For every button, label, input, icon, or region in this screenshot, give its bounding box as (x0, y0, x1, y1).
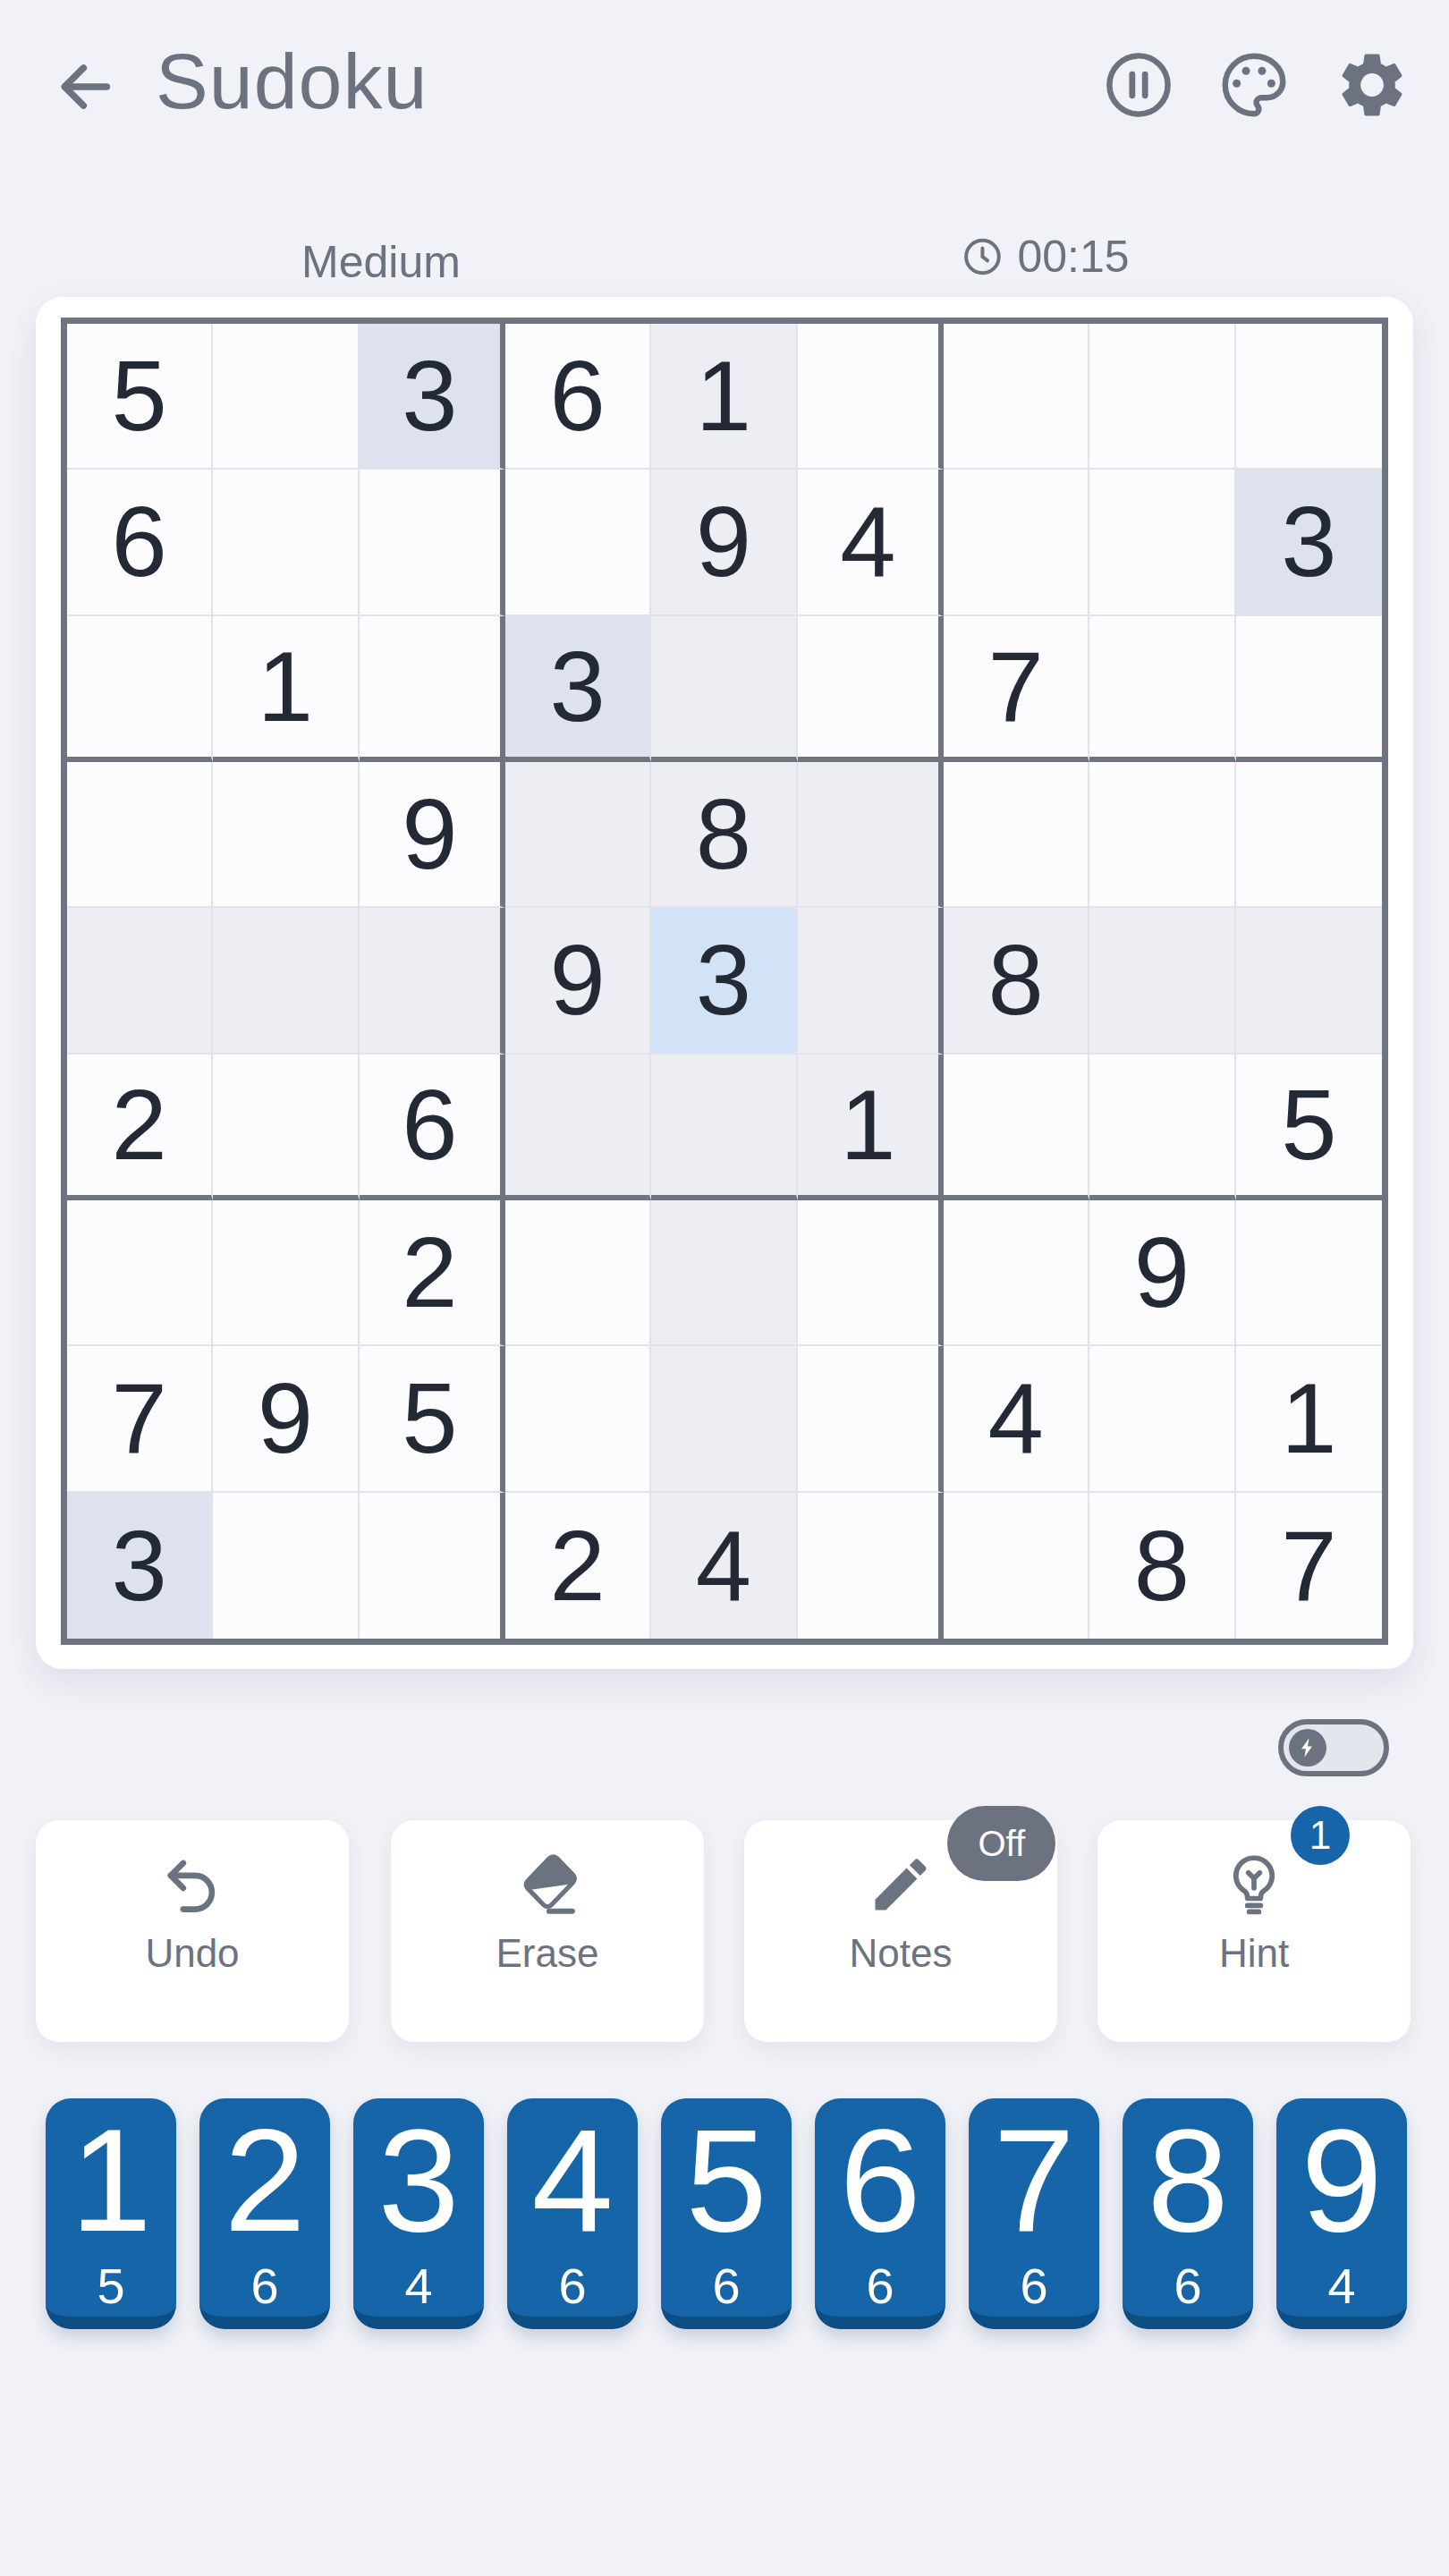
cell-r4c3[interactable]: 9 (360, 762, 505, 908)
numpad-key-8[interactable]: 86 (1123, 2098, 1253, 2329)
numpad-key-6[interactable]: 66 (815, 2098, 945, 2329)
numpad-key-4[interactable]: 46 (507, 2098, 638, 2329)
cell-r9c7[interactable] (944, 1493, 1089, 1639)
cell-r8c5[interactable] (651, 1346, 797, 1492)
cell-r2c5[interactable]: 9 (651, 470, 797, 615)
pencil-icon (867, 1851, 935, 1919)
cell-r4c8[interactable] (1089, 762, 1235, 908)
cell-r1c7[interactable] (944, 324, 1089, 470)
numpad-remaining-count: 4 (1327, 2257, 1355, 2315)
cell-r7c5[interactable] (651, 1200, 797, 1346)
pause-button[interactable] (1100, 47, 1177, 123)
cell-r7c7[interactable] (944, 1200, 1089, 1346)
numpad-remaining-count: 5 (97, 2257, 124, 2315)
numpad-digit: 5 (685, 2106, 767, 2255)
numpad-key-2[interactable]: 26 (199, 2098, 330, 2329)
undo-icon (158, 1851, 226, 1919)
cell-r4c5[interactable]: 8 (651, 762, 797, 908)
cell-r9c1[interactable]: 3 (67, 1493, 213, 1639)
cell-r3c3[interactable] (360, 616, 505, 762)
cell-r7c3[interactable]: 2 (360, 1200, 505, 1346)
cell-r8c2[interactable]: 9 (213, 1346, 359, 1492)
cell-r2c2[interactable] (213, 470, 359, 615)
cell-r2c4[interactable] (505, 470, 651, 615)
erase-button[interactable]: Erase (391, 1820, 704, 2042)
timer: 00:15 (960, 231, 1129, 283)
gear-icon (1334, 47, 1411, 123)
cell-r6c7[interactable] (944, 1055, 1089, 1200)
cell-r9c5[interactable]: 4 (651, 1493, 797, 1639)
cell-r4c6[interactable] (798, 762, 944, 908)
numpad-remaining-count: 6 (712, 2257, 740, 2315)
cell-r5c7[interactable]: 8 (944, 908, 1089, 1054)
cell-r4c4[interactable] (505, 762, 651, 908)
erase-label: Erase (496, 1931, 599, 1976)
cell-r2c7[interactable] (944, 470, 1089, 615)
bulb-icon (1220, 1851, 1288, 1919)
cell-r6c1[interactable]: 2 (67, 1055, 213, 1200)
numpad-key-1[interactable]: 15 (46, 2098, 176, 2329)
cell-r8c3[interactable]: 5 (360, 1346, 505, 1492)
cell-r9c2[interactable] (213, 1493, 359, 1639)
cell-r1c4[interactable]: 6 (505, 324, 651, 470)
cell-r9c6[interactable] (798, 1493, 944, 1639)
numpad-key-3[interactable]: 34 (353, 2098, 484, 2329)
cell-r1c3[interactable]: 3 (360, 324, 505, 470)
numpad-key-9[interactable]: 94 (1276, 2098, 1407, 2329)
cell-r4c9[interactable] (1236, 762, 1382, 908)
cell-r9c8[interactable]: 8 (1089, 1493, 1235, 1639)
numpad-remaining-count: 6 (250, 2257, 278, 2315)
cell-r4c1[interactable] (67, 762, 213, 908)
numpad-key-7[interactable]: 76 (969, 2098, 1099, 2329)
cell-r7c4[interactable] (505, 1200, 651, 1346)
back-arrow-icon (50, 52, 120, 122)
cell-r8c1[interactable]: 7 (67, 1346, 213, 1492)
cell-r3c7[interactable]: 7 (944, 616, 1089, 762)
cell-r6c4[interactable] (505, 1055, 651, 1200)
cell-r3c8[interactable] (1089, 616, 1235, 762)
numpad-digit: 9 (1301, 2106, 1382, 2255)
cell-r4c7[interactable] (944, 762, 1089, 908)
numpad-digit: 6 (839, 2106, 920, 2255)
cell-r2c1[interactable]: 6 (67, 470, 213, 615)
cell-r3c4[interactable]: 3 (505, 616, 651, 762)
notes-off-badge: Off (947, 1806, 1055, 1881)
cell-r5c4[interactable]: 9 (505, 908, 651, 1054)
cell-r8c9[interactable]: 1 (1236, 1346, 1382, 1492)
cell-r8c4[interactable] (505, 1346, 651, 1492)
numpad-remaining-count: 6 (866, 2257, 894, 2315)
cell-r1c6[interactable] (798, 324, 944, 470)
numpad-remaining-count: 6 (1020, 2257, 1047, 2315)
numpad-digit: 1 (70, 2106, 151, 2255)
cell-r5c1[interactable] (67, 908, 213, 1054)
numpad-digit: 8 (1147, 2106, 1228, 2255)
sudoku-app-screen: Sudoku Medium 00:15 53616943137989382615… (0, 0, 1449, 2576)
numpad-key-5[interactable]: 56 (661, 2098, 792, 2329)
cell-r2c8[interactable] (1089, 470, 1235, 615)
cell-r3c9[interactable] (1236, 616, 1382, 762)
page-title: Sudoku (156, 36, 428, 127)
palette-icon (1216, 47, 1292, 123)
undo-button[interactable]: Undo (36, 1820, 349, 2042)
cell-r2c6[interactable]: 4 (798, 470, 944, 615)
theme-button[interactable] (1216, 47, 1292, 123)
cell-r6c8[interactable] (1089, 1055, 1235, 1200)
numpad-remaining-count: 4 (404, 2257, 432, 2315)
cell-r7c8[interactable]: 9 (1089, 1200, 1235, 1346)
cell-r3c5[interactable] (651, 616, 797, 762)
cell-r5c9[interactable] (1236, 908, 1382, 1054)
cell-r9c4[interactable]: 2 (505, 1493, 651, 1639)
settings-button[interactable] (1334, 47, 1411, 123)
cell-r5c6[interactable] (798, 908, 944, 1054)
notes-label: Notes (850, 1931, 953, 1976)
cell-r8c7[interactable]: 4 (944, 1346, 1089, 1492)
hint-button[interactable]: Hint 1 (1097, 1820, 1411, 2042)
cell-r6c5[interactable] (651, 1055, 797, 1200)
cell-r7c9[interactable] (1236, 1200, 1382, 1346)
cell-r1c2[interactable] (213, 324, 359, 470)
cell-r3c2[interactable]: 1 (213, 616, 359, 762)
cell-r5c8[interactable] (1089, 908, 1235, 1054)
back-button[interactable] (50, 52, 120, 122)
cell-r6c9[interactable]: 5 (1236, 1055, 1382, 1200)
undo-label: Undo (145, 1931, 239, 1976)
cell-r5c2[interactable] (213, 908, 359, 1054)
cell-r7c6[interactable] (798, 1200, 944, 1346)
cell-r4c2[interactable] (213, 762, 359, 908)
numpad-digit: 7 (993, 2106, 1074, 2255)
cell-r5c5[interactable]: 3 (651, 908, 797, 1054)
cell-r6c2[interactable] (213, 1055, 359, 1200)
cell-r9c9[interactable]: 7 (1236, 1493, 1382, 1639)
cell-r9c3[interactable] (360, 1493, 505, 1639)
numpad-digit: 2 (224, 2106, 305, 2255)
clock-icon (960, 234, 1004, 279)
cell-r3c6[interactable] (798, 616, 944, 762)
sudoku-grid: 53616943137989382615297954132487 (61, 318, 1388, 1645)
cell-r7c1[interactable] (67, 1200, 213, 1346)
cell-r6c3[interactable]: 6 (360, 1055, 505, 1200)
pause-icon (1100, 47, 1177, 123)
notes-button[interactable]: Notes Off (744, 1820, 1057, 2042)
fast-mode-toggle[interactable] (1278, 1719, 1389, 1776)
cell-r7c2[interactable] (213, 1200, 359, 1346)
cell-r8c6[interactable] (798, 1346, 944, 1492)
numpad-digit: 4 (531, 2106, 613, 2255)
cell-r3c1[interactable] (67, 616, 213, 762)
lightning-icon (1289, 1729, 1326, 1767)
cell-r6c6[interactable]: 1 (798, 1055, 944, 1200)
cell-r5c3[interactable] (360, 908, 505, 1054)
hint-count-badge: 1 (1291, 1806, 1350, 1865)
hint-label: Hint (1219, 1931, 1289, 1976)
cell-r2c9[interactable]: 3 (1236, 470, 1382, 615)
timer-value: 00:15 (1017, 231, 1129, 283)
cell-r8c8[interactable] (1089, 1346, 1235, 1492)
cell-r1c9[interactable] (1236, 324, 1382, 470)
board-card: 53616943137989382615297954132487 (36, 297, 1413, 1669)
numpad-remaining-count: 6 (558, 2257, 586, 2315)
eraser-icon (513, 1851, 581, 1919)
numpad-remaining-count: 6 (1174, 2257, 1201, 2315)
cell-r2c3[interactable] (360, 470, 505, 615)
cell-r1c5[interactable]: 1 (651, 324, 797, 470)
difficulty-label: Medium (301, 236, 461, 288)
cell-r1c8[interactable] (1089, 324, 1235, 470)
cell-r1c1[interactable]: 5 (67, 324, 213, 470)
numpad-digit: 3 (377, 2106, 459, 2255)
